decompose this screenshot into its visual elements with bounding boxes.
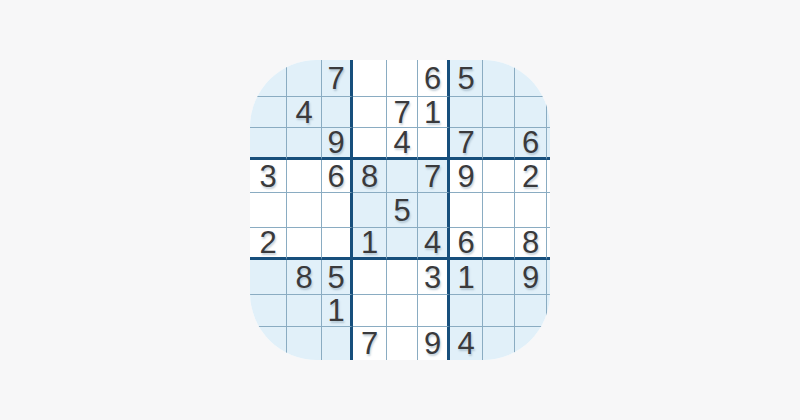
cell-r4c9: 2 — [515, 160, 547, 193]
cell-r8c7 — [450, 295, 483, 327]
cell-r7c2: 8 — [287, 260, 322, 295]
cell-r3c2 — [287, 128, 322, 160]
cell-r5c1 — [250, 193, 287, 228]
cell-r1c2 — [287, 60, 322, 97]
cell-r5c3 — [322, 193, 353, 228]
board-edge-sliver — [547, 260, 550, 295]
sudoku-app-icon[interactable]: 7654719476368792521468853191794 — [250, 60, 550, 360]
cell-r6c1: 2 — [250, 228, 287, 260]
cell-r8c3: 1 — [322, 295, 353, 327]
cell-r5c2 — [287, 193, 322, 228]
cell-r4c6: 7 — [418, 160, 450, 193]
cell-r8c9 — [515, 295, 547, 327]
page-background: 7654719476368792521468853191794 — [0, 0, 800, 420]
board-edge-sliver — [547, 295, 550, 327]
cell-r2c5: 7 — [387, 97, 418, 128]
cell-r5c7 — [450, 193, 483, 228]
cell-r1c4 — [353, 60, 387, 97]
cell-r7c5 — [387, 260, 418, 295]
cell-r7c8 — [483, 260, 515, 295]
cell-r2c6: 1 — [418, 97, 450, 128]
cell-r2c3 — [322, 97, 353, 128]
cell-r2c7 — [450, 97, 483, 128]
cell-r3c4 — [353, 128, 387, 160]
board-edge-sliver — [547, 327, 550, 360]
cell-r9c5 — [387, 327, 418, 360]
cell-r9c7: 4 — [450, 327, 483, 360]
cell-r2c8 — [483, 97, 515, 128]
cell-r6c7: 6 — [450, 228, 483, 260]
cell-r9c4: 7 — [353, 327, 387, 360]
cell-r2c1 — [250, 97, 287, 128]
cell-r8c1 — [250, 295, 287, 327]
cell-r1c7: 5 — [450, 60, 483, 97]
board-edge-sliver — [547, 193, 550, 228]
cell-r9c3 — [322, 327, 353, 360]
cell-r3c6 — [418, 128, 450, 160]
cell-r2c4 — [353, 97, 387, 128]
cell-r4c8 — [483, 160, 515, 193]
cell-r8c6 — [418, 295, 450, 327]
cell-r1c3: 7 — [322, 60, 353, 97]
cell-r6c4: 1 — [353, 228, 387, 260]
board-edge-sliver — [547, 160, 550, 193]
board-edge-sliver — [547, 228, 550, 260]
cell-r1c9 — [515, 60, 547, 97]
cell-r3c1 — [250, 128, 287, 160]
cell-r5c6 — [418, 193, 450, 228]
cell-r2c9 — [515, 97, 547, 128]
cell-r8c4 — [353, 295, 387, 327]
cell-r7c6: 3 — [418, 260, 450, 295]
cell-r8c2 — [287, 295, 322, 327]
cell-r7c1 — [250, 260, 287, 295]
cell-r1c8 — [483, 60, 515, 97]
cell-r4c2 — [287, 160, 322, 193]
cell-r3c3: 9 — [322, 128, 353, 160]
cell-r3c9: 6 — [515, 128, 547, 160]
cell-r3c8 — [483, 128, 515, 160]
cell-r8c5 — [387, 295, 418, 327]
cell-r8c8 — [483, 295, 515, 327]
cell-r1c5 — [387, 60, 418, 97]
cell-r2c2: 4 — [287, 97, 322, 128]
cell-r3c7: 7 — [450, 128, 483, 160]
cell-r6c6: 4 — [418, 228, 450, 260]
cell-r9c9 — [515, 327, 547, 360]
cell-r6c9: 8 — [515, 228, 547, 260]
cell-r7c7: 1 — [450, 260, 483, 295]
board-edge-sliver — [547, 128, 550, 160]
cell-r9c6: 9 — [418, 327, 450, 360]
board-edge-sliver — [547, 60, 550, 97]
cell-r7c3: 5 — [322, 260, 353, 295]
cell-r4c5 — [387, 160, 418, 193]
cell-r6c2 — [287, 228, 322, 260]
cell-r7c9: 9 — [515, 260, 547, 295]
cell-r9c2 — [287, 327, 322, 360]
cell-r5c5: 5 — [387, 193, 418, 228]
cell-r5c4 — [353, 193, 387, 228]
cell-r6c5 — [387, 228, 418, 260]
cell-r3c5: 4 — [387, 128, 418, 160]
cell-r4c4: 8 — [353, 160, 387, 193]
cell-r1c1 — [250, 60, 287, 97]
cell-r9c1 — [250, 327, 287, 360]
cell-r9c8 — [483, 327, 515, 360]
cell-r1c6: 6 — [418, 60, 450, 97]
cell-r5c8 — [483, 193, 515, 228]
sudoku-board: 7654719476368792521468853191794 — [250, 60, 550, 360]
cell-r5c9 — [515, 193, 547, 228]
cell-r4c1: 3 — [250, 160, 287, 193]
board-edge-sliver — [547, 97, 550, 128]
cell-r6c3 — [322, 228, 353, 260]
cell-r7c4 — [353, 260, 387, 295]
cell-r4c3: 6 — [322, 160, 353, 193]
cell-r6c8 — [483, 228, 515, 260]
cell-r4c7: 9 — [450, 160, 483, 193]
